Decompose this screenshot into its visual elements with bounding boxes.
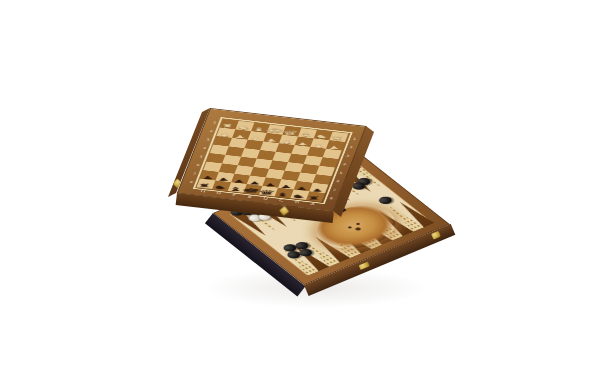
- rank-label: 4: [199, 146, 210, 150]
- rank-label: 2: [346, 145, 357, 149]
- lion-face: [335, 215, 377, 238]
- rank-label: 8: [326, 196, 337, 200]
- rank-label: 4: [339, 162, 350, 166]
- product-photo-stage: ♜♞♝♚♛♝♞♜♟♟♟♟♟♟♟♟♟♟♟♟♟♟♟♟♜♞♝♚♛♝♞♜ HGFEDCB…: [0, 0, 600, 380]
- rank-label: 7: [329, 188, 340, 192]
- rank-label: 3: [202, 137, 213, 141]
- chess-square[interactable]: [306, 191, 325, 201]
- file-label: C: [272, 197, 290, 204]
- file-label: F: [225, 192, 243, 199]
- chess-board: ♜♞♝♚♛♝♞♜♟♟♟♟♟♟♟♟♟♟♟♟♟♟♟♟♜♞♝♚♛♝♞♜ HGFEDCB…: [177, 108, 367, 211]
- rank-label: 6: [332, 179, 343, 183]
- brass-hinge: [359, 262, 370, 270]
- rank-label: 3: [342, 154, 353, 158]
- rank-label: 6: [192, 163, 203, 167]
- rank-label: 8: [186, 180, 197, 184]
- file-label: B: [288, 199, 306, 206]
- rank-label: 1: [349, 136, 360, 140]
- rank-label: 7: [189, 171, 200, 175]
- file-label: D: [257, 195, 275, 202]
- brass-latch: [279, 206, 289, 216]
- file-label: E: [241, 194, 259, 201]
- rank-label: 2: [206, 129, 217, 133]
- rank-label: 5: [336, 171, 347, 175]
- rank-label: 1: [209, 120, 220, 124]
- brass-clasp: [431, 231, 441, 240]
- rank-label: 5: [196, 154, 207, 158]
